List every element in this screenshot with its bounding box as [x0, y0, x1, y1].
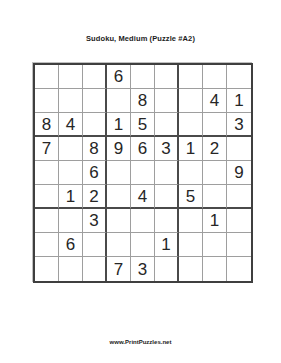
cell-r9c8[interactable] — [203, 257, 227, 281]
cell-r9c4[interactable]: 7 — [107, 257, 131, 281]
cell-r9c6[interactable] — [155, 257, 179, 281]
cell-r5c8[interactable] — [203, 161, 227, 185]
footer-url: www.PrintPuzzles.net — [0, 339, 281, 345]
cell-r1c8[interactable] — [203, 65, 227, 89]
cell-r7c7[interactable] — [179, 209, 203, 233]
cell-r5c5[interactable] — [131, 161, 155, 185]
cell-r6c4[interactable] — [107, 185, 131, 209]
cell-r8c1[interactable] — [35, 233, 59, 257]
puzzle-title: Sudoku, Medium (Puzzle #A2) — [0, 34, 281, 43]
cell-r1c4[interactable]: 6 — [107, 65, 131, 89]
cell-r5c3[interactable]: 6 — [83, 161, 107, 185]
cell-r7c6[interactable] — [155, 209, 179, 233]
cell-r2c3[interactable] — [83, 89, 107, 113]
cell-r7c1[interactable] — [35, 209, 59, 233]
cell-r4c8[interactable]: 2 — [203, 137, 227, 161]
cell-r4c5[interactable]: 6 — [131, 137, 155, 161]
cell-r8c5[interactable] — [131, 233, 155, 257]
cell-r5c2[interactable] — [59, 161, 83, 185]
cell-r7c4[interactable] — [107, 209, 131, 233]
cell-r4c2[interactable] — [59, 137, 83, 161]
cell-r9c3[interactable] — [83, 257, 107, 281]
cell-r3c4[interactable]: 1 — [107, 113, 131, 137]
cell-r5c4[interactable] — [107, 161, 131, 185]
cell-r8c2[interactable]: 6 — [59, 233, 83, 257]
cell-r6c2[interactable]: 1 — [59, 185, 83, 209]
cell-r4c9[interactable] — [227, 137, 251, 161]
cell-r3c8[interactable] — [203, 113, 227, 137]
cell-r6c5[interactable]: 4 — [131, 185, 155, 209]
cell-r2c7[interactable] — [179, 89, 203, 113]
cell-r6c7[interactable]: 5 — [179, 185, 203, 209]
cell-r8c3[interactable] — [83, 233, 107, 257]
cell-r3c2[interactable]: 4 — [59, 113, 83, 137]
cell-r7c2[interactable] — [59, 209, 83, 233]
cell-r1c6[interactable] — [155, 65, 179, 89]
cell-r2c1[interactable] — [35, 89, 59, 113]
cell-r4c6[interactable]: 3 — [155, 137, 179, 161]
cell-r8c4[interactable] — [107, 233, 131, 257]
cell-r2c8[interactable]: 4 — [203, 89, 227, 113]
cell-r7c8[interactable]: 1 — [203, 209, 227, 233]
cell-r4c3[interactable]: 8 — [83, 137, 107, 161]
cell-r7c3[interactable]: 3 — [83, 209, 107, 233]
cell-r1c3[interactable] — [83, 65, 107, 89]
cell-r9c1[interactable] — [35, 257, 59, 281]
cell-r9c2[interactable] — [59, 257, 83, 281]
cell-r1c2[interactable] — [59, 65, 83, 89]
cell-r8c6[interactable]: 1 — [155, 233, 179, 257]
cell-r6c3[interactable]: 2 — [83, 185, 107, 209]
cell-r7c5[interactable] — [131, 209, 155, 233]
cell-r5c7[interactable] — [179, 161, 203, 185]
cell-r8c9[interactable] — [227, 233, 251, 257]
cell-r3c1[interactable]: 8 — [35, 113, 59, 137]
cell-r4c7[interactable]: 1 — [179, 137, 203, 161]
cell-r6c8[interactable] — [203, 185, 227, 209]
cell-r9c5[interactable]: 3 — [131, 257, 155, 281]
cell-r1c7[interactable] — [179, 65, 203, 89]
cell-r3c7[interactable] — [179, 113, 203, 137]
cell-r2c2[interactable] — [59, 89, 83, 113]
cell-r2c6[interactable] — [155, 89, 179, 113]
cell-r9c9[interactable] — [227, 257, 251, 281]
cell-r2c5[interactable]: 8 — [131, 89, 155, 113]
cell-r5c1[interactable] — [35, 161, 59, 185]
cell-r4c4[interactable]: 9 — [107, 137, 131, 161]
cell-r8c7[interactable] — [179, 233, 203, 257]
cell-r9c7[interactable] — [179, 257, 203, 281]
cell-r1c1[interactable] — [35, 65, 59, 89]
sudoku-grid: 6841841537896312691245316173 — [33, 63, 253, 283]
sudoku-page: Sudoku, Medium (Puzzle #A2) 684184153789… — [0, 0, 281, 363]
cell-r7c9[interactable] — [227, 209, 251, 233]
cell-r3c9[interactable]: 3 — [227, 113, 251, 137]
cell-r2c4[interactable] — [107, 89, 131, 113]
cell-r6c6[interactable] — [155, 185, 179, 209]
cell-r3c6[interactable] — [155, 113, 179, 137]
cell-r3c3[interactable] — [83, 113, 107, 137]
cell-r4c1[interactable]: 7 — [35, 137, 59, 161]
cell-r2c9[interactable]: 1 — [227, 89, 251, 113]
cell-r3c5[interactable]: 5 — [131, 113, 155, 137]
cell-r5c6[interactable] — [155, 161, 179, 185]
cell-r8c8[interactable] — [203, 233, 227, 257]
cell-r1c5[interactable] — [131, 65, 155, 89]
cell-r1c9[interactable] — [227, 65, 251, 89]
cell-r6c9[interactable] — [227, 185, 251, 209]
cell-r5c9[interactable]: 9 — [227, 161, 251, 185]
cell-r6c1[interactable] — [35, 185, 59, 209]
